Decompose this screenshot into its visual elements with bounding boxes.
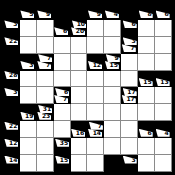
- white-cell[interactable]: [87, 155, 104, 172]
- white-cell[interactable]: [37, 138, 54, 155]
- white-cell[interactable]: [121, 54, 138, 71]
- black-cell: [71, 3, 88, 20]
- down-clue-flag: 19: [20, 112, 34, 120]
- white-cell[interactable]: [71, 37, 88, 54]
- clue-cell: 4: [104, 3, 121, 20]
- clue-cell: 22: [3, 121, 20, 138]
- across-clue-flag: 12: [4, 139, 18, 147]
- clue-cell: 35: [54, 138, 71, 155]
- down-clue-flag: 6: [54, 27, 68, 35]
- white-cell[interactable]: [104, 71, 121, 88]
- clue-cell: 714: [87, 121, 104, 138]
- across-clue-flag: 3: [123, 156, 137, 164]
- across-clue-flag: 22: [4, 122, 18, 130]
- white-cell[interactable]: [37, 20, 54, 37]
- clue-cell: 16: [71, 121, 88, 138]
- down-clue-flag: 6: [156, 10, 170, 18]
- black-cell: [3, 54, 20, 71]
- clue-cell: 77: [37, 54, 54, 71]
- black-cell: [3, 104, 20, 121]
- white-cell[interactable]: [37, 87, 54, 104]
- white-cell[interactable]: [20, 87, 37, 104]
- clue-cell: 915: [104, 54, 121, 71]
- down-clue-flag: 3: [20, 61, 34, 69]
- white-cell[interactable]: [87, 138, 104, 155]
- across-clue-flag: 17: [123, 88, 137, 96]
- clue-cell: 12: [87, 54, 104, 71]
- clue-cell: 1020: [71, 20, 88, 37]
- across-clue-flag: 9: [106, 54, 120, 62]
- down-clue-flag: 13: [156, 78, 170, 86]
- clue-cell: 3: [3, 87, 20, 104]
- white-cell[interactable]: [104, 87, 121, 104]
- clue-cell: 3123: [37, 104, 54, 121]
- down-clue-flag: 20: [71, 27, 85, 35]
- white-cell[interactable]: [138, 104, 155, 121]
- white-cell[interactable]: [87, 37, 104, 54]
- across-clue-flag: 10: [72, 20, 86, 28]
- clue-cell: 4: [155, 121, 172, 138]
- black-cell: [54, 3, 71, 20]
- across-clue-flag: 22: [4, 37, 18, 45]
- white-cell[interactable]: [71, 138, 88, 155]
- white-cell[interactable]: [87, 71, 104, 88]
- down-clue-flag: 4: [105, 10, 119, 18]
- white-cell[interactable]: [71, 54, 88, 71]
- white-cell[interactable]: [104, 138, 121, 155]
- white-cell[interactable]: [121, 104, 138, 121]
- white-cell[interactable]: [71, 87, 88, 104]
- white-cell[interactable]: [87, 20, 104, 37]
- white-cell[interactable]: [104, 37, 121, 54]
- white-cell[interactable]: [155, 20, 172, 37]
- down-clue-flag: 14: [88, 129, 102, 137]
- white-cell[interactable]: [54, 104, 71, 121]
- white-cell[interactable]: [71, 104, 88, 121]
- white-cell[interactable]: [20, 37, 37, 54]
- white-cell[interactable]: [104, 121, 121, 138]
- white-cell[interactable]: [138, 138, 155, 155]
- across-clue-flag: 6: [123, 20, 137, 28]
- white-cell[interactable]: [155, 155, 172, 172]
- down-clue-flag: 6: [139, 129, 153, 137]
- white-cell[interactable]: [121, 121, 138, 138]
- white-cell[interactable]: [54, 54, 71, 71]
- white-cell[interactable]: [121, 71, 138, 88]
- white-cell[interactable]: [155, 37, 172, 54]
- white-cell[interactable]: [54, 37, 71, 54]
- clue-cell: 9: [37, 3, 54, 20]
- clue-cell: 15: [138, 71, 155, 88]
- white-cell[interactable]: [138, 54, 155, 71]
- white-cell[interactable]: [37, 155, 54, 172]
- across-clue-flag: 6: [55, 88, 69, 96]
- clue-cell: 6: [54, 20, 71, 37]
- white-cell[interactable]: [71, 155, 88, 172]
- white-cell[interactable]: [155, 87, 172, 104]
- white-cell[interactable]: [155, 54, 172, 71]
- across-clue-flag: 3: [4, 20, 18, 28]
- across-clue-flag: 3: [123, 37, 137, 45]
- clue-cell: 5: [20, 3, 37, 20]
- clue-cell: 1717: [121, 87, 138, 104]
- clue-cell: 3: [3, 20, 20, 37]
- clue-cell: 67: [54, 87, 71, 104]
- clue-cell: 13: [155, 71, 172, 88]
- clue-cell: 6: [138, 121, 155, 138]
- across-clue-flag: 7: [89, 122, 103, 130]
- white-cell[interactable]: [155, 104, 172, 121]
- down-clue-flag: 12: [88, 61, 102, 69]
- down-clue-flag: 9: [88, 10, 102, 18]
- clue-cell: 6: [121, 20, 138, 37]
- white-cell[interactable]: [20, 138, 37, 155]
- across-clue-flag: 35: [55, 139, 69, 147]
- white-cell[interactable]: [138, 87, 155, 104]
- white-cell[interactable]: [71, 71, 88, 88]
- across-clue-flag: 28: [4, 71, 18, 79]
- white-cell[interactable]: [37, 71, 54, 88]
- clue-cell: 3: [121, 155, 138, 172]
- clue-cell: 19: [20, 104, 37, 121]
- down-clue-flag: 16: [71, 129, 85, 137]
- down-clue-flag: 7: [37, 61, 51, 69]
- down-clue-flag: 7: [122, 44, 136, 52]
- down-clue-flag: 17: [122, 95, 136, 103]
- clue-cell: 12: [3, 138, 20, 155]
- black-cell: [121, 3, 138, 20]
- down-clue-flag: 7: [54, 95, 68, 103]
- white-cell[interactable]: [121, 138, 138, 155]
- clue-cell: 22: [3, 37, 20, 54]
- white-cell[interactable]: [138, 155, 155, 172]
- white-cell[interactable]: [20, 20, 37, 37]
- clue-cell: 3: [20, 54, 37, 71]
- black-cell: [104, 155, 121, 172]
- down-clue-flag: 4: [156, 129, 170, 137]
- down-clue-flag: 15: [105, 61, 119, 69]
- down-clue-flag: 8: [139, 10, 153, 18]
- white-cell[interactable]: [20, 121, 37, 138]
- down-clue-flag: 5: [20, 10, 34, 18]
- white-cell[interactable]: [104, 104, 121, 121]
- down-clue-flag: 23: [37, 112, 51, 120]
- across-clue-flag: 15: [55, 156, 69, 164]
- clue-cell: 8: [138, 3, 155, 20]
- down-clue-flag: 15: [139, 78, 153, 86]
- white-cell[interactable]: [87, 104, 104, 121]
- white-cell[interactable]: [138, 20, 155, 37]
- white-cell[interactable]: [20, 71, 37, 88]
- clue-cell: 6: [155, 3, 172, 20]
- white-cell[interactable]: [138, 37, 155, 54]
- across-clue-flag: 14: [4, 156, 18, 164]
- down-clue-flag: 9: [37, 10, 51, 18]
- white-cell[interactable]: [155, 138, 172, 155]
- white-cell[interactable]: [20, 155, 37, 172]
- clue-cell: 9: [87, 3, 104, 20]
- white-cell[interactable]: [37, 37, 54, 54]
- across-clue-flag: 7: [38, 54, 52, 62]
- white-cell[interactable]: [54, 71, 71, 88]
- clue-cell: 15: [54, 155, 71, 172]
- kakuro-board: 5994863610206223737712915281513367171719…: [0, 0, 175, 175]
- across-clue-flag: 31: [38, 105, 52, 113]
- clue-cell: 28: [3, 71, 20, 88]
- black-cell: [3, 3, 20, 20]
- white-cell[interactable]: [37, 121, 54, 138]
- white-cell[interactable]: [104, 20, 121, 37]
- clue-cell: 37: [121, 37, 138, 54]
- clue-cell: 14: [3, 155, 20, 172]
- across-clue-flag: 3: [4, 88, 18, 96]
- white-cell[interactable]: [54, 121, 71, 138]
- white-cell[interactable]: [87, 87, 104, 104]
